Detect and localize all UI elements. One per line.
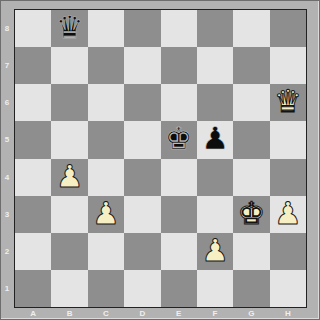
square-c8[interactable] bbox=[88, 10, 124, 47]
piece-white-pawn[interactable]: ♟ bbox=[274, 198, 302, 229]
square-h2[interactable] bbox=[270, 233, 306, 270]
square-h8[interactable] bbox=[270, 10, 306, 47]
file-label-b: B bbox=[51, 307, 87, 319]
square-f7[interactable] bbox=[197, 47, 233, 84]
piece-black-queen[interactable]: ♛ bbox=[56, 12, 84, 43]
square-e1[interactable] bbox=[161, 270, 197, 307]
square-b2[interactable] bbox=[51, 233, 87, 270]
file-label-c: C bbox=[88, 307, 124, 319]
file-label-a: A bbox=[15, 307, 51, 319]
square-h4[interactable] bbox=[270, 159, 306, 196]
square-f2[interactable]: ♟ bbox=[197, 233, 233, 270]
square-f4[interactable] bbox=[197, 159, 233, 196]
square-g2[interactable] bbox=[233, 233, 269, 270]
square-b7[interactable] bbox=[51, 47, 87, 84]
square-e6[interactable] bbox=[161, 84, 197, 121]
piece-black-king[interactable]: ♚ bbox=[165, 123, 193, 154]
square-f5[interactable]: ♟ bbox=[197, 121, 233, 158]
square-a4[interactable] bbox=[15, 159, 51, 196]
square-a6[interactable] bbox=[15, 84, 51, 121]
square-g6[interactable] bbox=[233, 84, 269, 121]
piece-white-queen[interactable]: ♛ bbox=[274, 86, 302, 117]
square-a1[interactable] bbox=[15, 270, 51, 307]
file-label-g: G bbox=[233, 307, 269, 319]
square-g1[interactable] bbox=[233, 270, 269, 307]
square-h6[interactable]: ♛ bbox=[270, 84, 306, 121]
rank-label-6: 6 bbox=[0, 84, 14, 121]
rank-label-8: 8 bbox=[0, 10, 14, 47]
square-a3[interactable] bbox=[15, 196, 51, 233]
square-e7[interactable] bbox=[161, 47, 197, 84]
square-c7[interactable] bbox=[88, 47, 124, 84]
square-b5[interactable] bbox=[51, 121, 87, 158]
rank-label-5: 5 bbox=[0, 121, 14, 158]
square-d8[interactable] bbox=[124, 10, 160, 47]
square-a5[interactable] bbox=[15, 121, 51, 158]
square-d3[interactable] bbox=[124, 196, 160, 233]
square-d6[interactable] bbox=[124, 84, 160, 121]
square-d5[interactable] bbox=[124, 121, 160, 158]
rank-labels: 87654321 bbox=[0, 10, 14, 307]
square-g3[interactable]: ♚ bbox=[233, 196, 269, 233]
square-f3[interactable] bbox=[197, 196, 233, 233]
rank-label-2: 2 bbox=[0, 233, 14, 270]
square-a2[interactable] bbox=[15, 233, 51, 270]
square-b4[interactable]: ♟ bbox=[51, 159, 87, 196]
square-f8[interactable] bbox=[197, 10, 233, 47]
piece-black-pawn[interactable]: ♟ bbox=[201, 123, 229, 154]
piece-white-pawn[interactable]: ♟ bbox=[201, 235, 229, 266]
square-h3[interactable]: ♟ bbox=[270, 196, 306, 233]
rank-label-7: 7 bbox=[0, 47, 14, 84]
square-c5[interactable] bbox=[88, 121, 124, 158]
file-labels: ABCDEFGH bbox=[15, 307, 306, 319]
square-g5[interactable] bbox=[233, 121, 269, 158]
file-label-f: F bbox=[197, 307, 233, 319]
square-c1[interactable] bbox=[88, 270, 124, 307]
square-g7[interactable] bbox=[233, 47, 269, 84]
chess-diagram: 87654321 ABCDEFGH ♛♛♚♟♟♟♚♟♟ bbox=[0, 0, 320, 320]
piece-white-pawn[interactable]: ♟ bbox=[56, 161, 84, 192]
square-b3[interactable] bbox=[51, 196, 87, 233]
square-b1[interactable] bbox=[51, 270, 87, 307]
rank-label-4: 4 bbox=[0, 159, 14, 196]
file-label-h: H bbox=[270, 307, 306, 319]
square-b6[interactable] bbox=[51, 84, 87, 121]
file-label-d: D bbox=[124, 307, 160, 319]
file-label-e: E bbox=[161, 307, 197, 319]
square-b8[interactable]: ♛ bbox=[51, 10, 87, 47]
square-a8[interactable] bbox=[15, 10, 51, 47]
chess-board: ♛♛♚♟♟♟♚♟♟ bbox=[14, 9, 307, 308]
square-e4[interactable] bbox=[161, 159, 197, 196]
square-h5[interactable] bbox=[270, 121, 306, 158]
square-e3[interactable] bbox=[161, 196, 197, 233]
square-e8[interactable] bbox=[161, 10, 197, 47]
square-f6[interactable] bbox=[197, 84, 233, 121]
square-c3[interactable]: ♟ bbox=[88, 196, 124, 233]
piece-white-pawn[interactable]: ♟ bbox=[92, 198, 120, 229]
rank-label-1: 1 bbox=[0, 270, 14, 307]
square-f1[interactable] bbox=[197, 270, 233, 307]
square-a7[interactable] bbox=[15, 47, 51, 84]
square-d1[interactable] bbox=[124, 270, 160, 307]
square-h1[interactable] bbox=[270, 270, 306, 307]
square-c6[interactable] bbox=[88, 84, 124, 121]
rank-label-3: 3 bbox=[0, 196, 14, 233]
square-e5[interactable]: ♚ bbox=[161, 121, 197, 158]
square-g4[interactable] bbox=[233, 159, 269, 196]
square-g8[interactable] bbox=[233, 10, 269, 47]
square-c2[interactable] bbox=[88, 233, 124, 270]
piece-white-king[interactable]: ♚ bbox=[238, 198, 266, 229]
square-e2[interactable] bbox=[161, 233, 197, 270]
square-d2[interactable] bbox=[124, 233, 160, 270]
square-d4[interactable] bbox=[124, 159, 160, 196]
square-h7[interactable] bbox=[270, 47, 306, 84]
square-d7[interactable] bbox=[124, 47, 160, 84]
square-c4[interactable] bbox=[88, 159, 124, 196]
